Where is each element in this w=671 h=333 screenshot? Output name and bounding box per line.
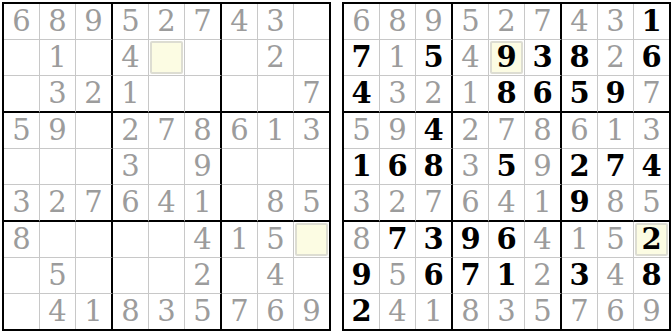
- solution-board-cell-r5c4[interactable]: 3: [453, 149, 489, 185]
- solved-digit: 2: [569, 152, 589, 181]
- puzzle-board-cell-r6c1[interactable]: 3: [4, 185, 40, 222]
- given-digit: 7: [642, 79, 660, 108]
- solution-board-cell-r7c6[interactable]: 4: [525, 222, 562, 258]
- solution-board-cell-r8c5[interactable]: 1: [489, 258, 525, 294]
- puzzle-board-cell-r3c4[interactable]: 1: [113, 76, 149, 113]
- given-digit: 9: [193, 152, 211, 181]
- solution-board-cell-r9c4[interactable]: 8: [453, 294, 489, 329]
- given-digit: 8: [12, 225, 30, 254]
- given-digit: 9: [424, 7, 442, 36]
- given-digit: 6: [461, 188, 479, 217]
- solution-board-cell-r3c2[interactable]: 3: [380, 76, 416, 113]
- given-digit: 4: [48, 297, 66, 326]
- solution-board-cell-r6c4[interactable]: 6: [453, 185, 489, 222]
- puzzle-board: 6895274314232175927861339327641858415524…: [2, 2, 331, 331]
- solution-board-row-3: 432186597: [344, 76, 669, 113]
- given-digit: 2: [157, 7, 175, 36]
- solution-board-cell-r6c8[interactable]: 8: [598, 185, 634, 222]
- solution-board-cell-r9c7[interactable]: 7: [562, 294, 598, 329]
- given-digit: 9: [388, 116, 406, 145]
- puzzle-board-cell-r8c3[interactable]: [76, 258, 113, 294]
- solution-board-row-8: 956712348: [344, 258, 669, 294]
- given-digit: 5: [352, 116, 370, 145]
- solved-digit: 5: [423, 43, 443, 72]
- puzzle-board-cell-r5c8[interactable]: [258, 149, 294, 185]
- solved-digit: 1: [496, 261, 516, 290]
- puzzle-board-cell-r9c7[interactable]: 7: [222, 294, 258, 329]
- given-digit: 6: [570, 116, 588, 145]
- solution-board-cell-r3c3[interactable]: 2: [416, 76, 453, 113]
- solution-board-cell-r2c8[interactable]: 2: [598, 40, 634, 76]
- given-digit: 1: [461, 79, 479, 108]
- sudoku-page: 6895274314232175927861339327641858415524…: [0, 0, 671, 333]
- given-digit: 5: [533, 297, 551, 326]
- puzzle-board-cell-r9c9[interactable]: 9: [294, 294, 329, 329]
- puzzle-board-cell-r7c7[interactable]: 1: [222, 222, 258, 258]
- given-digit: 8: [48, 7, 66, 36]
- puzzle-board-cell-r2c6[interactable]: [185, 40, 222, 76]
- puzzle-board-row-7: 8415: [4, 222, 329, 258]
- solution-board-cell-r2c9[interactable]: 6: [634, 40, 669, 76]
- given-digit: 1: [193, 188, 211, 217]
- solution-board-cell-r1c8[interactable]: 3: [598, 4, 634, 40]
- puzzle-board-cell-r8c9[interactable]: [294, 258, 329, 294]
- solution-board-cell-r2c7[interactable]: 8: [562, 40, 598, 76]
- puzzle-board-cell-r4c8[interactable]: 1: [258, 113, 294, 149]
- given-digit: 1: [424, 297, 442, 326]
- given-digit: 4: [606, 261, 624, 290]
- puzzle-board-cell-r1c8[interactable]: 3: [258, 4, 294, 40]
- puzzle-board-cell-r6c3[interactable]: 7: [76, 185, 113, 222]
- solution-board-cell-r3c9[interactable]: 7: [634, 76, 669, 113]
- given-digit: 7: [84, 188, 102, 217]
- given-digit: 4: [121, 43, 139, 72]
- puzzle-board-cell-r4c5[interactable]: 7: [149, 113, 185, 149]
- solution-board-cell-r3c7[interactable]: 5: [562, 76, 598, 113]
- solution-board-cell-r4c1[interactable]: 5: [344, 113, 380, 149]
- given-digit: 3: [121, 152, 139, 181]
- solved-digit: 4: [351, 79, 371, 108]
- puzzle-board-row-2: 142: [4, 40, 329, 76]
- solved-digit: 9: [605, 79, 625, 108]
- solution-board-cell-r2c5[interactable]: 9: [489, 40, 525, 76]
- puzzle-board-cell-r2c3[interactable]: [76, 40, 113, 76]
- solution-board-cell-r8c1[interactable]: 9: [344, 258, 380, 294]
- puzzle-board-cell-r7c2[interactable]: [40, 222, 76, 258]
- given-digit: 6: [352, 7, 370, 36]
- given-digit: 7: [424, 188, 442, 217]
- given-digit: 5: [266, 225, 284, 254]
- puzzle-board-cell-r7c4[interactable]: [113, 222, 149, 258]
- solution-board-cell-r3c4[interactable]: 1: [453, 76, 489, 113]
- given-digit: 7: [230, 297, 248, 326]
- puzzle-board-cell-r7c1[interactable]: 8: [4, 222, 40, 258]
- given-digit: 4: [388, 297, 406, 326]
- puzzle-board-cell-r9c2[interactable]: 4: [40, 294, 76, 329]
- puzzle-board-cell-r5c9[interactable]: [294, 149, 329, 185]
- given-digit: 2: [48, 188, 66, 217]
- puzzle-board-cell-r1c9[interactable]: [294, 4, 329, 40]
- solved-digit: 8: [569, 43, 589, 72]
- given-digit: 8: [461, 297, 479, 326]
- puzzle-board-cell-r2c2[interactable]: 1: [40, 40, 76, 76]
- solved-digit: 6: [387, 152, 407, 181]
- solution-board-row-6: 327641985: [344, 185, 669, 222]
- puzzle-board-cell-r5c6[interactable]: 9: [185, 149, 222, 185]
- solution-board-cell-r4c2[interactable]: 9: [380, 113, 416, 149]
- solution-board-cell-r4c7[interactable]: 6: [562, 113, 598, 149]
- solution-board-cell-r2c2[interactable]: 1: [380, 40, 416, 76]
- puzzle-board-cell-r7c5[interactable]: [149, 222, 185, 258]
- solution-board-cell-r5c9[interactable]: 4: [634, 149, 669, 185]
- puzzle-board-row-6: 32764185: [4, 185, 329, 222]
- solved-digit: 7: [351, 43, 371, 72]
- solution-board-cell-r4c9[interactable]: 3: [634, 113, 669, 149]
- solution-board-cell-r1c7[interactable]: 4: [562, 4, 598, 40]
- given-digit: 5: [302, 188, 320, 217]
- solution-board-cell-r5c1[interactable]: 1: [344, 149, 380, 185]
- solution-board-cell-r8c4[interactable]: 7: [453, 258, 489, 294]
- puzzle-board-cell-r4c4[interactable]: 2: [113, 113, 149, 149]
- solution-board-cell-r5c5[interactable]: 5: [489, 149, 525, 185]
- given-digit: 1: [606, 116, 624, 145]
- puzzle-board-cell-r9c3[interactable]: 1: [76, 294, 113, 329]
- puzzle-board-cell-r3c5[interactable]: [149, 76, 185, 113]
- given-digit: 6: [121, 188, 139, 217]
- given-digit: 9: [48, 116, 66, 145]
- puzzle-board-cell-r2c9[interactable]: [294, 40, 329, 76]
- puzzle-board-cell-r8c6[interactable]: 2: [185, 258, 222, 294]
- solved-digit: 1: [641, 7, 661, 36]
- puzzle-board-cell-r4c3[interactable]: [76, 113, 113, 149]
- solved-digit: 5: [496, 152, 516, 181]
- solution-board-cell-r8c8[interactable]: 4: [598, 258, 634, 294]
- solution-board-cell-r8c7[interactable]: 3: [562, 258, 598, 294]
- solution-board-cell-r9c6[interactable]: 5: [525, 294, 562, 329]
- puzzle-board-cell-r6c9[interactable]: 5: [294, 185, 329, 222]
- solution-board-cell-r6c9[interactable]: 5: [634, 185, 669, 222]
- puzzle-board-cell-r7c9[interactable]: [294, 222, 329, 258]
- puzzle-board-cell-r3c3[interactable]: 2: [76, 76, 113, 113]
- puzzle-board-cell-r9c1[interactable]: [4, 294, 40, 329]
- given-digit: 1: [230, 225, 248, 254]
- given-digit: 7: [157, 116, 175, 145]
- puzzle-board-cell-r5c2[interactable]: [40, 149, 76, 185]
- given-digit: 1: [84, 297, 102, 326]
- solution-board-cell-r2c3[interactable]: 5: [416, 40, 453, 76]
- puzzle-board-cell-r8c7[interactable]: [222, 258, 258, 294]
- solution-board-cell-r8c9[interactable]: 8: [634, 258, 669, 294]
- solved-digit: 2: [351, 297, 371, 326]
- puzzle-board-cell-r3c6[interactable]: [185, 76, 222, 113]
- given-digit: 6: [266, 297, 284, 326]
- puzzle-board-cell-r6c5[interactable]: 4: [149, 185, 185, 222]
- puzzle-board-cell-r2c8[interactable]: 2: [258, 40, 294, 76]
- puzzle-board-cell-r3c7[interactable]: [222, 76, 258, 113]
- solved-digit: 6: [496, 225, 516, 254]
- solution-board-cell-r1c1[interactable]: 6: [344, 4, 380, 40]
- solution-board-cell-r4c5[interactable]: 7: [489, 113, 525, 149]
- puzzle-board-cell-r8c1[interactable]: [4, 258, 40, 294]
- solution-board-cell-r8c6[interactable]: 2: [525, 258, 562, 294]
- puzzle-board-row-5: 39: [4, 149, 329, 185]
- puzzle-board-cell-r2c5[interactable]: [149, 40, 185, 76]
- puzzle-board-cell-r4c1[interactable]: 5: [4, 113, 40, 149]
- puzzle-board-cell-r5c7[interactable]: [222, 149, 258, 185]
- solution-board-cell-r7c4[interactable]: 9: [453, 222, 489, 258]
- given-digit: 3: [497, 297, 515, 326]
- solution-board-cell-r7c9[interactable]: 2: [634, 222, 669, 258]
- solved-digit: 9: [460, 225, 480, 254]
- solved-digit: 5: [569, 79, 589, 108]
- given-digit: 3: [157, 297, 175, 326]
- solution-board-cell-r5c2[interactable]: 6: [380, 149, 416, 185]
- given-digit: 4: [157, 188, 175, 217]
- solution-board-cell-r3c6[interactable]: 6: [525, 76, 562, 113]
- solution-board-cell-r5c8[interactable]: 7: [598, 149, 634, 185]
- puzzle-board-row-4: 59278613: [4, 113, 329, 149]
- given-digit: 9: [533, 152, 551, 181]
- given-digit: 2: [424, 79, 442, 108]
- solution-board-cell-r9c1[interactable]: 2: [344, 294, 380, 329]
- given-digit: 9: [84, 7, 102, 36]
- given-digit: 9: [642, 297, 660, 326]
- puzzle-board-cell-r8c5[interactable]: [149, 258, 185, 294]
- given-digit: 3: [606, 7, 624, 36]
- solution-board-row-4: 594278613: [344, 113, 669, 149]
- puzzle-board-cell-r7c8[interactable]: 5: [258, 222, 294, 258]
- given-digit: 4: [230, 7, 248, 36]
- solution-board-cell-r4c4[interactable]: 2: [453, 113, 489, 149]
- solution-board-cell-r1c5[interactable]: 2: [489, 4, 525, 40]
- given-digit: 3: [302, 116, 320, 145]
- solution-board-cell-r5c6[interactable]: 9: [525, 149, 562, 185]
- solution-board-cell-r8c2[interactable]: 5: [380, 258, 416, 294]
- solved-digit: 6: [423, 261, 443, 290]
- puzzle-board-cell-r8c2[interactable]: 5: [40, 258, 76, 294]
- puzzle-board-cell-r4c6[interactable]: 8: [185, 113, 222, 149]
- solution-board-cell-r7c8[interactable]: 5: [598, 222, 634, 258]
- given-digit: 1: [533, 188, 551, 217]
- solution-board-row-2: 715493826: [344, 40, 669, 76]
- given-digit: 1: [48, 43, 66, 72]
- given-digit: 3: [461, 152, 479, 181]
- solution-board-cell-r2c1[interactable]: 7: [344, 40, 380, 76]
- given-digit: 6: [12, 7, 30, 36]
- given-digit: 8: [193, 116, 211, 145]
- solution-board-cell-r6c1[interactable]: 3: [344, 185, 380, 222]
- puzzle-board-cell-r6c8[interactable]: 8: [258, 185, 294, 222]
- given-digit: 2: [121, 116, 139, 145]
- highlighted-cell-marker: [150, 41, 183, 74]
- given-digit: 5: [461, 7, 479, 36]
- given-digit: 4: [193, 225, 211, 254]
- solution-board-cell-r7c2[interactable]: 7: [380, 222, 416, 258]
- puzzle-board-cell-r5c1[interactable]: [4, 149, 40, 185]
- solution-board-cell-r8c3[interactable]: 6: [416, 258, 453, 294]
- solved-digit: 3: [532, 43, 552, 72]
- given-digit: 1: [121, 79, 139, 108]
- solution-board-cell-r7c1[interactable]: 8: [344, 222, 380, 258]
- solved-digit: 3: [423, 225, 443, 254]
- given-digit: 1: [388, 43, 406, 72]
- puzzle-board-cell-r4c7[interactable]: 6: [222, 113, 258, 149]
- solution-board-cell-r1c9[interactable]: 1: [634, 4, 669, 40]
- puzzle-board-cell-r1c7[interactable]: 4: [222, 4, 258, 40]
- given-digit: 5: [388, 261, 406, 290]
- solution-board-cell-r9c5[interactable]: 3: [489, 294, 525, 329]
- puzzle-board-cell-r7c6[interactable]: 4: [185, 222, 222, 258]
- solution-board-cell-r6c6[interactable]: 1: [525, 185, 562, 222]
- given-digit: 7: [193, 7, 211, 36]
- given-digit: 2: [461, 116, 479, 145]
- solved-digit: 9: [351, 261, 371, 290]
- puzzle-board-cell-r6c7[interactable]: [222, 185, 258, 222]
- solved-digit: 6: [641, 43, 661, 72]
- puzzle-board-cell-r2c1[interactable]: [4, 40, 40, 76]
- solution-board-cell-r1c4[interactable]: 5: [453, 4, 489, 40]
- solution-board-cell-r3c1[interactable]: 4: [344, 76, 380, 113]
- puzzle-board-cell-r1c4[interactable]: 5: [113, 4, 149, 40]
- puzzle-board-cell-r7c3[interactable]: [76, 222, 113, 258]
- given-digit: 7: [302, 79, 320, 108]
- given-digit: 5: [121, 7, 139, 36]
- puzzle-board-cell-r2c7[interactable]: [222, 40, 258, 76]
- solution-board-cell-r4c3[interactable]: 4: [416, 113, 453, 149]
- puzzle-board-cell-r5c5[interactable]: [149, 149, 185, 185]
- solution-board-cell-r4c6[interactable]: 8: [525, 113, 562, 149]
- puzzle-board-cell-r9c4[interactable]: 8: [113, 294, 149, 329]
- puzzle-board-cell-r6c2[interactable]: 2: [40, 185, 76, 222]
- solution-board-cell-r5c7[interactable]: 2: [562, 149, 598, 185]
- puzzle-board-cell-r9c8[interactable]: 6: [258, 294, 294, 329]
- puzzle-board-cell-r5c3[interactable]: [76, 149, 113, 185]
- given-digit: 3: [12, 188, 30, 217]
- given-digit: 5: [606, 225, 624, 254]
- given-digit: 5: [193, 297, 211, 326]
- solution-board-cell-r6c5[interactable]: 4: [489, 185, 525, 222]
- given-digit: 4: [570, 7, 588, 36]
- puzzle-board-cell-r3c8[interactable]: [258, 76, 294, 113]
- solved-digit: 9: [569, 188, 589, 217]
- puzzle-board-cell-r3c1[interactable]: [4, 76, 40, 113]
- puzzle-board-row-3: 3217: [4, 76, 329, 113]
- solution-board-cell-r1c3[interactable]: 9: [416, 4, 453, 40]
- solved-digit: 7: [387, 225, 407, 254]
- solution-board-cell-r9c9[interactable]: 9: [634, 294, 669, 329]
- puzzle-board-cell-r6c4[interactable]: 6: [113, 185, 149, 222]
- given-digit: 8: [606, 188, 624, 217]
- given-digit: 4: [461, 43, 479, 72]
- solution-board-cell-r2c6[interactable]: 3: [525, 40, 562, 76]
- solution-board-cell-r6c7[interactable]: 9: [562, 185, 598, 222]
- puzzle-board-cell-r8c4[interactable]: [113, 258, 149, 294]
- solved-digit: 3: [569, 261, 589, 290]
- solved-digit: 8: [641, 261, 661, 290]
- given-digit: 7: [570, 297, 588, 326]
- given-digit: 2: [266, 43, 284, 72]
- given-digit: 8: [121, 297, 139, 326]
- solution-board-cell-r9c3[interactable]: 1: [416, 294, 453, 329]
- solution-board-cell-r3c5[interactable]: 8: [489, 76, 525, 113]
- given-digit: 8: [352, 225, 370, 254]
- given-digit: 9: [302, 297, 320, 326]
- puzzle-board-cell-r3c9[interactable]: 7: [294, 76, 329, 113]
- puzzle-board-cell-r2c4[interactable]: 4: [113, 40, 149, 76]
- given-digit: 6: [606, 297, 624, 326]
- puzzle-board-cell-r3c2[interactable]: 3: [40, 76, 76, 113]
- solution-board-cell-r2c4[interactable]: 4: [453, 40, 489, 76]
- puzzle-board-cell-r4c9[interactable]: 3: [294, 113, 329, 149]
- solution-board-cell-r3c8[interactable]: 9: [598, 76, 634, 113]
- puzzle-board-cell-r1c2[interactable]: 8: [40, 4, 76, 40]
- solution-board-cell-r4c8[interactable]: 1: [598, 113, 634, 149]
- solution-board-cell-r6c3[interactable]: 7: [416, 185, 453, 222]
- puzzle-board-cell-r9c5[interactable]: 3: [149, 294, 185, 329]
- given-digit: 7: [533, 7, 551, 36]
- solved-digit: 2: [641, 225, 661, 254]
- given-digit: 1: [570, 225, 588, 254]
- solution-board-cell-r9c2[interactable]: 4: [380, 294, 416, 329]
- given-digit: 2: [388, 188, 406, 217]
- solved-digit: 4: [423, 116, 443, 145]
- given-digit: 5: [642, 188, 660, 217]
- puzzle-board-cell-r1c6[interactable]: 7: [185, 4, 222, 40]
- given-digit: 2: [193, 261, 211, 290]
- puzzle-board-cell-r9c6[interactable]: 5: [185, 294, 222, 329]
- solved-digit: 8: [496, 79, 516, 108]
- solution-board-row-1: 689527431: [344, 4, 669, 40]
- solution-board-row-9: 241835769: [344, 294, 669, 329]
- solved-digit: 9: [496, 43, 516, 72]
- puzzle-board-cell-r1c5[interactable]: 2: [149, 4, 185, 40]
- solution-board-row-5: 168359274: [344, 149, 669, 185]
- solution-board-cell-r7c3[interactable]: 3: [416, 222, 453, 258]
- given-digit: 2: [497, 7, 515, 36]
- given-digit: 8: [388, 7, 406, 36]
- highlighted-cell-marker: [295, 223, 328, 256]
- solution-board-row-7: 873964152: [344, 222, 669, 258]
- given-digit: 2: [606, 43, 624, 72]
- solution-board-cell-r6c2[interactable]: 2: [380, 185, 416, 222]
- solution-board-cell-r9c8[interactable]: 6: [598, 294, 634, 329]
- given-digit: 7: [497, 116, 515, 145]
- solution-board-cell-r7c5[interactable]: 6: [489, 222, 525, 258]
- given-digit: 3: [352, 188, 370, 217]
- given-digit: 6: [230, 116, 248, 145]
- solved-digit: 7: [460, 261, 480, 290]
- given-digit: 3: [266, 7, 284, 36]
- puzzle-board-cell-r5c4[interactable]: 3: [113, 149, 149, 185]
- puzzle-board-row-8: 524: [4, 258, 329, 294]
- solution-board-cell-r7c7[interactable]: 1: [562, 222, 598, 258]
- given-digit: 5: [12, 116, 30, 145]
- given-digit: 2: [84, 79, 102, 108]
- given-digit: 4: [497, 188, 515, 217]
- given-digit: 1: [266, 116, 284, 145]
- given-digit: 3: [48, 79, 66, 108]
- given-digit: 2: [533, 261, 551, 290]
- puzzle-board-cell-r8c8[interactable]: 4: [258, 258, 294, 294]
- puzzle-board-cell-r1c1[interactable]: 6: [4, 4, 40, 40]
- given-digit: 8: [533, 116, 551, 145]
- solution-board-cell-r1c6[interactable]: 7: [525, 4, 562, 40]
- solution-board-cell-r5c3[interactable]: 8: [416, 149, 453, 185]
- puzzle-board-cell-r6c6[interactable]: 1: [185, 185, 222, 222]
- solution-board-cell-r1c2[interactable]: 8: [380, 4, 416, 40]
- puzzle-board-cell-r4c2[interactable]: 9: [40, 113, 76, 149]
- puzzle-board-cell-r1c3[interactable]: 9: [76, 4, 113, 40]
